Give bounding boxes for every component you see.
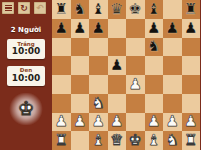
piece-white-knight[interactable]: ♞ [166, 133, 179, 148]
square-f1[interactable]: ♝ [145, 131, 164, 150]
piece-white-pawn[interactable]: ♟ [92, 114, 105, 129]
piece-white-pawn[interactable]: ♟ [73, 114, 86, 129]
toolbar: ↻ ↶ [0, 0, 52, 14]
square-d1[interactable]: ♛ [108, 131, 127, 150]
square-d2[interactable]: ♟ [108, 113, 127, 132]
piece-white-pawn[interactable]: ♟ [129, 77, 142, 92]
square-g3[interactable] [163, 94, 182, 113]
square-a2[interactable]: ♟ [52, 113, 71, 132]
square-a1[interactable]: ♜ [52, 131, 71, 150]
square-h6[interactable] [182, 38, 201, 57]
square-h3[interactable] [182, 94, 201, 113]
piece-black-knight[interactable]: ♞ [73, 2, 86, 17]
piece-black-pawn[interactable]: ♟ [184, 21, 197, 36]
square-e1[interactable]: ♚ [126, 131, 145, 150]
square-e8[interactable]: ♚ [126, 0, 145, 19]
piece-black-pawn[interactable]: ♟ [166, 21, 179, 36]
square-d8[interactable]: ♛ [108, 0, 127, 19]
undo-icon: ↶ [36, 4, 44, 13]
restart-icon: ↻ [20, 4, 28, 13]
square-c8[interactable]: ♝ [89, 0, 108, 19]
black-clock-time: 10:00 [7, 74, 45, 84]
square-f3[interactable] [145, 94, 164, 113]
square-g5[interactable] [163, 56, 182, 75]
piece-black-bishop[interactable]: ♝ [92, 2, 105, 17]
square-e2[interactable] [126, 113, 145, 132]
piece-white-pawn[interactable]: ♟ [147, 114, 160, 129]
square-g2[interactable]: ♟ [163, 113, 182, 132]
square-f5[interactable] [145, 56, 164, 75]
square-b6[interactable] [71, 38, 90, 57]
square-f2[interactable]: ♟ [145, 113, 164, 132]
piece-black-knight[interactable]: ♞ [147, 39, 160, 54]
piece-white-rook[interactable]: ♜ [55, 133, 68, 148]
piece-black-pawn[interactable]: ♟ [73, 21, 86, 36]
square-b2[interactable]: ♟ [71, 113, 90, 132]
square-a8[interactable]: ♜ [52, 0, 71, 19]
square-b5[interactable] [71, 56, 90, 75]
game-mode-label: 2 Người [11, 26, 41, 34]
piece-white-rook[interactable]: ♜ [184, 133, 197, 148]
square-a3[interactable] [52, 94, 71, 113]
piece-white-bishop[interactable]: ♝ [92, 133, 105, 148]
square-g1[interactable]: ♞ [163, 131, 182, 150]
white-clock-time: 10:00 [7, 47, 45, 57]
white-clock: Trắng 10:00 [7, 39, 45, 59]
square-h8[interactable]: ♜ [182, 0, 201, 19]
square-a6[interactable] [52, 38, 71, 57]
square-b8[interactable]: ♞ [71, 0, 90, 19]
piece-black-pawn[interactable]: ♟ [92, 21, 105, 36]
piece-black-rook[interactable]: ♜ [55, 2, 68, 17]
piece-white-pawn[interactable]: ♟ [184, 114, 197, 129]
square-c2[interactable]: ♟ [89, 113, 108, 132]
square-h4[interactable] [182, 75, 201, 94]
black-clock: Đen 10:00 [7, 66, 45, 86]
hamburger-menu-icon [5, 5, 12, 12]
piece-black-bishop[interactable]: ♝ [147, 2, 160, 17]
piece-black-pawn[interactable]: ♟ [110, 58, 123, 73]
menu-button[interactable] [2, 2, 14, 14]
square-c5[interactable] [89, 56, 108, 75]
piece-white-pawn[interactable]: ♟ [55, 114, 68, 129]
square-d5[interactable]: ♟ [108, 56, 127, 75]
chess-board: ♜♞♝♛♚♝♜♟♟♟♟♟♟♞♟♟♞♟♟♟♟♟♟♟♜♝♛♚♝♞♜ [52, 0, 200, 150]
square-d6[interactable] [108, 38, 127, 57]
square-h1[interactable]: ♜ [182, 131, 201, 150]
square-a4[interactable] [52, 75, 71, 94]
piece-black-pawn[interactable]: ♟ [55, 21, 68, 36]
square-h7[interactable]: ♟ [182, 19, 201, 38]
piece-white-pawn[interactable]: ♟ [166, 114, 179, 129]
square-a7[interactable]: ♟ [52, 19, 71, 38]
restart-button[interactable]: ↻ [18, 2, 30, 14]
square-e4[interactable]: ♟ [126, 75, 145, 94]
square-e7[interactable] [126, 19, 145, 38]
piece-white-king[interactable]: ♚ [129, 133, 142, 148]
piece-black-rook[interactable]: ♜ [184, 2, 197, 17]
piece-white-pawn[interactable]: ♟ [110, 114, 123, 129]
square-b7[interactable]: ♟ [71, 19, 90, 38]
sidebar: ↻ ↶ 2 Người Trắng 10:00 Đen 10:00 ♚ [0, 0, 52, 150]
square-e3[interactable] [126, 94, 145, 113]
square-e6[interactable] [126, 38, 145, 57]
square-a5[interactable] [52, 56, 71, 75]
piece-black-king[interactable]: ♚ [129, 2, 142, 17]
piece-white-queen[interactable]: ♛ [110, 133, 123, 148]
square-d3[interactable] [108, 94, 127, 113]
piece-black-pawn[interactable]: ♟ [147, 21, 160, 36]
piece-white-bishop[interactable]: ♝ [147, 133, 160, 148]
square-g8[interactable] [163, 0, 182, 19]
square-b1[interactable] [71, 131, 90, 150]
square-c3[interactable]: ♞ [89, 94, 108, 113]
undo-button[interactable]: ↶ [34, 2, 46, 14]
square-d7[interactable] [108, 19, 127, 38]
square-g7[interactable]: ♟ [163, 19, 182, 38]
square-h5[interactable] [182, 56, 201, 75]
turn-indicator: ♚ [9, 93, 43, 125]
white-king-turn-icon: ♚ [17, 99, 34, 118]
square-f6[interactable]: ♞ [145, 38, 164, 57]
square-f7[interactable]: ♟ [145, 19, 164, 38]
square-b3[interactable] [71, 94, 90, 113]
square-f8[interactable]: ♝ [145, 0, 164, 19]
square-g4[interactable] [163, 75, 182, 94]
square-c7[interactable]: ♟ [89, 19, 108, 38]
square-c6[interactable] [89, 38, 108, 57]
square-b4[interactable] [71, 75, 90, 94]
square-c1[interactable]: ♝ [89, 131, 108, 150]
square-e5[interactable] [126, 56, 145, 75]
square-h2[interactable]: ♟ [182, 113, 201, 132]
square-d4[interactable] [108, 75, 127, 94]
square-c4[interactable] [89, 75, 108, 94]
square-f4[interactable] [145, 75, 164, 94]
square-g6[interactable] [163, 38, 182, 57]
piece-black-queen[interactable]: ♛ [110, 2, 123, 17]
piece-white-knight[interactable]: ♞ [92, 96, 105, 111]
